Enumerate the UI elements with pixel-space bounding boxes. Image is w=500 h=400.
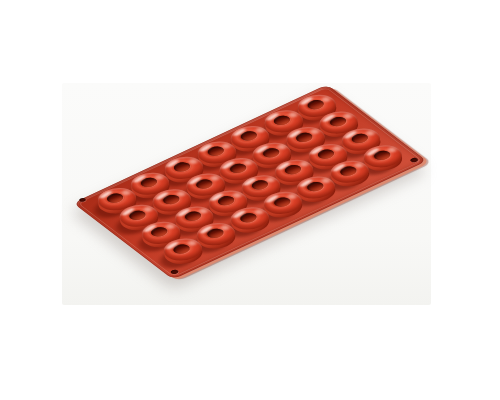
cavity-grid xyxy=(89,94,411,271)
cavity-hole xyxy=(215,194,237,207)
cavity-hole xyxy=(271,114,293,127)
cavity-hole xyxy=(204,227,226,240)
cavity-hole xyxy=(315,148,337,161)
cavity-hole xyxy=(304,180,326,193)
cavity-hole xyxy=(260,146,282,159)
cavity-hole xyxy=(237,211,259,224)
cavity-hole xyxy=(371,149,393,162)
cavity-hole xyxy=(104,192,126,205)
cavity-hole xyxy=(171,242,193,255)
cavity-hole xyxy=(171,161,193,174)
cavity-hole xyxy=(204,145,226,158)
cavity-hole xyxy=(227,162,249,175)
cavity-hole xyxy=(349,132,371,145)
cavity-hole xyxy=(305,98,327,111)
cavity-hole xyxy=(293,131,315,144)
cavity-hole xyxy=(238,129,260,142)
cavity-hole xyxy=(160,193,182,206)
cavity-hole xyxy=(138,176,160,189)
cavity-hole xyxy=(327,115,349,128)
cavity-hole xyxy=(271,196,293,209)
cavity-hole xyxy=(337,165,359,178)
cavity-hole xyxy=(193,177,215,190)
silicone-savarin-mold xyxy=(73,85,427,280)
mold-shadow-wrap xyxy=(0,0,500,400)
cavity-hole xyxy=(282,163,304,176)
hanging-hole xyxy=(78,197,87,202)
cavity-hole xyxy=(148,226,170,239)
product-photo-scene xyxy=(0,0,500,400)
cavity-hole xyxy=(126,209,148,222)
cavity-hole xyxy=(182,210,204,223)
hanging-hole xyxy=(409,157,419,163)
cavity-hole xyxy=(249,179,271,192)
